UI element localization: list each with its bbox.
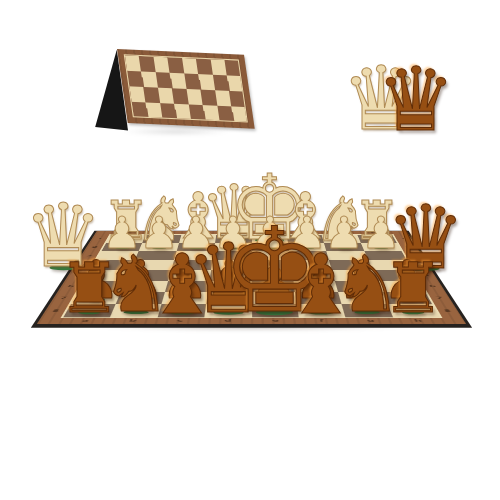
pieces-layer: ♜♞♝♛♚♝♞♜♟♟♟♟♟♟♟♟♟♟♟♟♟♟♟♟♜♞♝♛♚♝♞♜♛♛ <box>0 0 500 500</box>
rook-icon: ♜ <box>383 254 445 323</box>
piece-black-rook-h8[interactable]: ♜ <box>383 254 445 323</box>
rank-label-right: 8 <box>443 309 452 312</box>
chess-set-product-photo: ♛ ♛ aabbccddeeffgghh1122334455667788 ♜♞♝… <box>0 0 500 500</box>
